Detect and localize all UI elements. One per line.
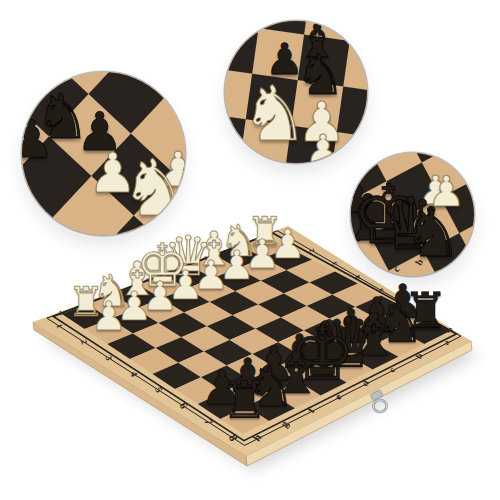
zoom-inset-top-center: ♝♟♞♞♟♟ xyxy=(225,21,367,163)
chess-set-product-photo: 11hh22gg33ff44ee55dd66cc77bb88aa ♜♞♟♝♟♛♟… xyxy=(0,0,500,500)
zoom-inset-right: ♟♟♟♝♚♛♞ cb xyxy=(351,153,474,276)
zoom-inset-top-left: ♞♟♟♟♟♞ xyxy=(22,72,185,235)
inset-piece-black-knight: ♞ xyxy=(403,201,462,267)
